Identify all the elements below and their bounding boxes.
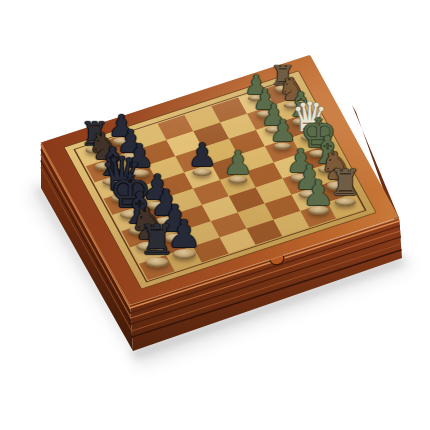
chess-set-photo: { "game": "chess", "scene": "overhead-an…	[0, 0, 430, 430]
